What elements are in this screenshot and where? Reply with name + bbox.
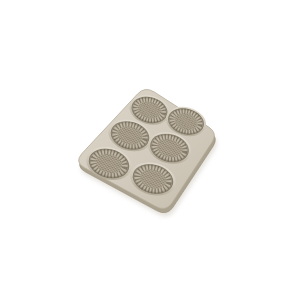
product-photo [0, 0, 300, 300]
baking-tray-illustration [0, 0, 300, 300]
photo-stage [0, 0, 300, 300]
